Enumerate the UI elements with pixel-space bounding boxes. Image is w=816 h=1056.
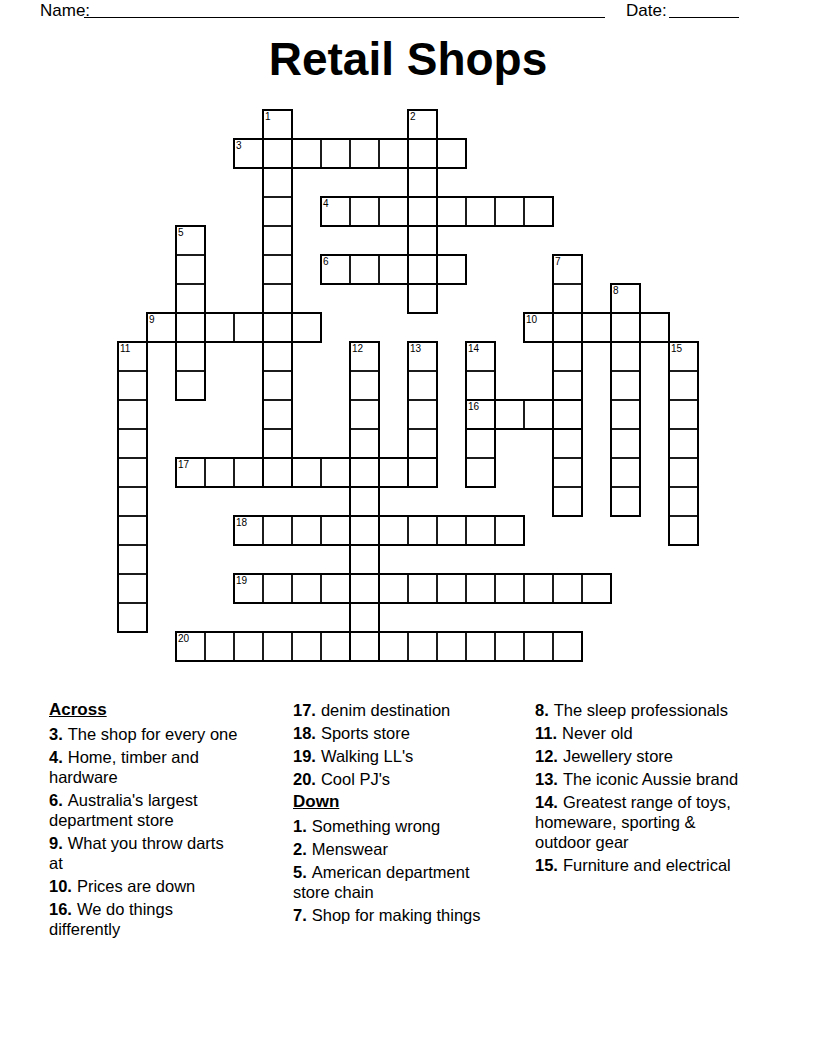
grid-cell-r12c0[interactable] <box>118 458 147 487</box>
grid-cell-r14c7[interactable] <box>321 516 350 545</box>
grid-cell-r12c15[interactable] <box>553 458 582 487</box>
grid-cell-r16c0[interactable] <box>118 574 147 603</box>
grid-cell-r14c0[interactable] <box>118 516 147 545</box>
grid-cell-r16c10[interactable] <box>408 574 437 603</box>
grid-cell-r8c10[interactable] <box>408 342 437 371</box>
clue-column-2: 17.denim destination18.Sports store19.Wa… <box>293 700 489 928</box>
grid-cell-r3c11[interactable] <box>437 197 466 226</box>
grid-cell-r11c15[interactable] <box>553 429 582 458</box>
grid-cell-r8c15[interactable] <box>553 342 582 371</box>
grid-cell-r13c0[interactable] <box>118 487 147 516</box>
clue-text: Cool PJ's <box>321 770 390 788</box>
down-heading: Down <box>293 792 489 812</box>
grid-cell-r14c11[interactable] <box>437 516 466 545</box>
grid-cell-r9c0[interactable] <box>118 371 147 400</box>
clue-text: Never old <box>562 724 633 742</box>
grid-cell-r4c10[interactable] <box>408 226 437 255</box>
grid-cell-r8c0[interactable] <box>118 342 147 371</box>
clue-down-1: 1.Something wrong <box>293 816 489 836</box>
grid-cell-r7c17[interactable] <box>611 313 640 342</box>
clue-down-5: 5.American department store chain <box>293 862 489 902</box>
name-label: Name: <box>40 1 90 21</box>
clue-across-10: 10.Prices are down <box>49 876 241 896</box>
grid-cell-r12c6[interactable] <box>292 458 321 487</box>
clue-number-label: 3. <box>49 725 63 743</box>
clue-number-label: 20. <box>293 770 316 788</box>
grid-cell-r9c12[interactable] <box>466 371 495 400</box>
grid-cell-r3c14[interactable] <box>524 197 553 226</box>
clue-down-14: 14.Greatest range of toys, homeware, spo… <box>535 792 753 852</box>
grid-cell-r9c2[interactable] <box>176 371 205 400</box>
grid-cell-r18c3[interactable] <box>205 632 234 661</box>
grid-cell-r12c5[interactable] <box>263 458 292 487</box>
grid-cell-r9c19[interactable] <box>669 371 698 400</box>
clue-number-label: 16. <box>49 900 72 918</box>
grid-cell-r10c8[interactable] <box>350 400 379 429</box>
grid-cell-r3c13[interactable] <box>495 197 524 226</box>
grid-cell-r16c15[interactable] <box>553 574 582 603</box>
clue-down-8: 8.The sleep professionals <box>535 700 753 720</box>
grid-cell-r3c5[interactable] <box>263 197 292 226</box>
grid-cell-r8c17[interactable] <box>611 342 640 371</box>
clue-across-17: 17.denim destination <box>293 700 489 720</box>
clue-number-label: 4. <box>49 748 63 766</box>
clue-text: Greatest range of toys, homeware, sporti… <box>535 793 731 851</box>
grid-cell-r18c2[interactable] <box>176 632 205 661</box>
clue-number-label: 10. <box>49 877 72 895</box>
grid-cell-r12c12[interactable] <box>466 458 495 487</box>
clue-number-label: 17. <box>293 701 316 719</box>
grid-cell-r6c15[interactable] <box>553 284 582 313</box>
grid-cell-r3c10[interactable] <box>408 197 437 226</box>
grid-cell-r10c0[interactable] <box>118 400 147 429</box>
grid-cell-r14c13[interactable] <box>495 516 524 545</box>
grid-cell-r16c8[interactable] <box>350 574 379 603</box>
grid-cell-r16c9[interactable] <box>379 574 408 603</box>
grid-cell-r9c8[interactable] <box>350 371 379 400</box>
clue-down-11: 11.Never old <box>535 723 753 743</box>
clue-down-15: 15.Furniture and electrical <box>535 855 753 875</box>
grid-cell-r18c10[interactable] <box>408 632 437 661</box>
grid-cell-r18c5[interactable] <box>263 632 292 661</box>
clue-number-label: 18. <box>293 724 316 742</box>
grid-cell-r1c4[interactable] <box>234 139 263 168</box>
grid-cell-r14c8[interactable] <box>350 516 379 545</box>
grid-cell-r5c9[interactable] <box>379 255 408 284</box>
grid-cell-r1c9[interactable] <box>379 139 408 168</box>
grid-cell-r16c13[interactable] <box>495 574 524 603</box>
grid-cell-r13c17[interactable] <box>611 487 640 516</box>
clue-text: Something wrong <box>312 817 440 835</box>
grid-cell-r7c6[interactable] <box>292 313 321 342</box>
grid-cell-r10c13[interactable] <box>495 400 524 429</box>
grid-cell-r13c15[interactable] <box>553 487 582 516</box>
grid-cell-r1c10[interactable] <box>408 139 437 168</box>
grid-cell-r5c7[interactable] <box>321 255 350 284</box>
clue-text: Jewellery store <box>563 747 673 765</box>
clue-text: Shop for making things <box>312 906 481 924</box>
grid-cell-r9c15[interactable] <box>553 371 582 400</box>
clue-number-label: 6. <box>49 791 63 809</box>
grid-cell-r6c17[interactable] <box>611 284 640 313</box>
grid-cell-r12c8[interactable] <box>350 458 379 487</box>
grid-cell-r1c5[interactable] <box>263 139 292 168</box>
grid-cell-r2c5[interactable] <box>263 168 292 197</box>
grid-cell-r18c9[interactable] <box>379 632 408 661</box>
grid-cell-r12c7[interactable] <box>321 458 350 487</box>
grid-cell-r16c5[interactable] <box>263 574 292 603</box>
grid-cell-r5c15[interactable] <box>553 255 582 284</box>
grid-cell-r6c10[interactable] <box>408 284 437 313</box>
grid-cell-r1c7[interactable] <box>321 139 350 168</box>
across-heading: Across <box>49 700 241 720</box>
grid-cell-r1c11[interactable] <box>437 139 466 168</box>
grid-cell-r4c5[interactable] <box>263 226 292 255</box>
grid-cell-r6c2[interactable] <box>176 284 205 313</box>
clue-down-13: 13.The iconic Aussie brand <box>535 769 753 789</box>
date-label: Date: <box>626 1 667 21</box>
grid-cell-r7c14[interactable] <box>524 313 553 342</box>
grid-cell-r12c19[interactable] <box>669 458 698 487</box>
grid-cell-r8c19[interactable] <box>669 342 698 371</box>
clue-number-label: 12. <box>535 747 558 765</box>
clue-number-label: 5. <box>293 863 307 881</box>
grid-cell-r16c7[interactable] <box>321 574 350 603</box>
clue-number-label: 14. <box>535 793 558 811</box>
clue-across-6: 6.Australia's largest department store <box>49 790 241 830</box>
grid-cell-r5c5[interactable] <box>263 255 292 284</box>
grid-cell-r12c10[interactable] <box>408 458 437 487</box>
grid-cell-r6c5[interactable] <box>263 284 292 313</box>
clue-down-2: 2.Menswear <box>293 839 489 859</box>
grid-cell-r7c2[interactable] <box>176 313 205 342</box>
grid-cell-r11c0[interactable] <box>118 429 147 458</box>
grid-cell-r8c2[interactable] <box>176 342 205 371</box>
clue-number-label: 9. <box>49 834 63 852</box>
grid-cell-r11c19[interactable] <box>669 429 698 458</box>
grid-cell-r1c6[interactable] <box>292 139 321 168</box>
grid-cell-r8c12[interactable] <box>466 342 495 371</box>
grid-cell-r16c14[interactable] <box>524 574 553 603</box>
grid-cell-r11c10[interactable] <box>408 429 437 458</box>
grid-cell-r7c3[interactable] <box>205 313 234 342</box>
name-input-line[interactable] <box>84 0 605 18</box>
grid-cell-r12c4[interactable] <box>234 458 263 487</box>
grid-cell-r17c8[interactable] <box>350 603 379 632</box>
grid-cell-r13c19[interactable] <box>669 487 698 516</box>
grid-cell-r7c15[interactable] <box>553 313 582 342</box>
grid-cell-r12c2[interactable] <box>176 458 205 487</box>
grid-cell-r18c6[interactable] <box>292 632 321 661</box>
grid-cell-r0c5[interactable] <box>263 110 292 139</box>
grid-cell-r9c5[interactable] <box>263 371 292 400</box>
clue-text: What you throw darts at <box>49 834 224 872</box>
grid-cell-r10c5[interactable] <box>263 400 292 429</box>
clue-text: Prices are down <box>77 877 195 895</box>
clue-number-label: 7. <box>293 906 307 924</box>
clue-number-label: 8. <box>535 701 549 719</box>
grid-cell-r3c7[interactable] <box>321 197 350 226</box>
clue-number-label: 15. <box>535 856 558 874</box>
grid-cell-r16c11[interactable] <box>437 574 466 603</box>
clue-text: denim destination <box>321 701 450 719</box>
grid-cell-r2c10[interactable] <box>408 168 437 197</box>
grid-cell-r3c9[interactable] <box>379 197 408 226</box>
grid-cell-r16c4[interactable] <box>234 574 263 603</box>
grid-cell-r14c19[interactable] <box>669 516 698 545</box>
clue-text: Menswear <box>312 840 388 858</box>
grid-cell-r11c5[interactable] <box>263 429 292 458</box>
grid-cell-r14c5[interactable] <box>263 516 292 545</box>
clue-text: The iconic Aussie brand <box>563 770 738 788</box>
grid-cell-r5c11[interactable] <box>437 255 466 284</box>
grid-cell-r14c6[interactable] <box>292 516 321 545</box>
grid-cell-r16c6[interactable] <box>292 574 321 603</box>
clue-text: Furniture and electrical <box>563 856 731 874</box>
grid-cell-r10c19[interactable] <box>669 400 698 429</box>
grid-cell-r0c10[interactable] <box>408 110 437 139</box>
date-input-line[interactable] <box>669 0 739 18</box>
grid-cell-r12c17[interactable] <box>611 458 640 487</box>
grid-cell-r18c8[interactable] <box>350 632 379 661</box>
grid-cell-r16c16[interactable] <box>582 574 611 603</box>
clue-across-19: 19.Walking LL's <box>293 746 489 766</box>
grid-cell-r12c9[interactable] <box>379 458 408 487</box>
grid-cell-r9c10[interactable] <box>408 371 437 400</box>
clue-text: Australia's largest department store <box>49 791 197 829</box>
clue-across-9: 9.What you throw darts at <box>49 833 241 873</box>
grid-cell-r10c10[interactable] <box>408 400 437 429</box>
grid-cell-r18c12[interactable] <box>466 632 495 661</box>
grid-cell-r14c9[interactable] <box>379 516 408 545</box>
grid-cell-r14c4[interactable] <box>234 516 263 545</box>
clue-number-label: 13. <box>535 770 558 788</box>
clue-down-7: 7.Shop for making things <box>293 905 489 925</box>
puzzle-title: Retail Shops <box>0 33 816 86</box>
grid-cell-r18c15[interactable] <box>553 632 582 661</box>
grid-cell-r14c12[interactable] <box>466 516 495 545</box>
grid-cell-r7c16[interactable] <box>582 313 611 342</box>
grid-cell-r9c17[interactable] <box>611 371 640 400</box>
grid-cell-r14c10[interactable] <box>408 516 437 545</box>
grid-cell-r10c15[interactable] <box>553 400 582 429</box>
clue-text: The shop for every one <box>68 725 238 743</box>
grid-cell-r10c12[interactable] <box>466 400 495 429</box>
grid-cell-r18c4[interactable] <box>234 632 263 661</box>
clue-number-label: 2. <box>293 840 307 858</box>
clue-column-3: 8.The sleep professionals11.Never old12.… <box>535 700 753 878</box>
grid-cell-r15c8[interactable] <box>350 545 379 574</box>
grid-cell-r3c8[interactable] <box>350 197 379 226</box>
grid-cell-r12c3[interactable] <box>205 458 234 487</box>
grid-cell-r10c17[interactable] <box>611 400 640 429</box>
clue-across-20: 20.Cool PJ's <box>293 769 489 789</box>
grid-cell-r18c11[interactable] <box>437 632 466 661</box>
grid-cell-r11c12[interactable] <box>466 429 495 458</box>
clue-text: Walking LL's <box>321 747 413 765</box>
grid-cell-r8c5[interactable] <box>263 342 292 371</box>
clue-across-3: 3.The shop for every one <box>49 724 241 744</box>
grid-cell-r15c0[interactable] <box>118 545 147 574</box>
grid-cell-r17c0[interactable] <box>118 603 147 632</box>
grid-cell-r18c7[interactable] <box>321 632 350 661</box>
clue-down-12: 12.Jewellery store <box>535 746 753 766</box>
grid-cell-r18c13[interactable] <box>495 632 524 661</box>
grid-cell-r7c5[interactable] <box>263 313 292 342</box>
clue-number-label: 11. <box>535 724 557 742</box>
grid-cell-r5c10[interactable] <box>408 255 437 284</box>
clue-across-16: 16.We do things differently <box>49 899 241 939</box>
clue-text: The sleep professionals <box>554 701 728 719</box>
grid-cell-r7c4[interactable] <box>234 313 263 342</box>
grid-cell-r1c8[interactable] <box>350 139 379 168</box>
clue-across-4: 4.Home, timber and hardware <box>49 747 241 787</box>
crossword-grid: 1234567891011121314151617181920 <box>118 110 698 661</box>
clue-text: American department store chain <box>293 863 470 901</box>
clue-column-1: Across3.The shop for every one4.Home, ti… <box>49 700 241 942</box>
grid-cell-r10c14[interactable] <box>524 400 553 429</box>
clue-across-18: 18.Sports store <box>293 723 489 743</box>
grid-cell-r13c8[interactable] <box>350 487 379 516</box>
grid-cell-r5c2[interactable] <box>176 255 205 284</box>
grid-cell-r16c12[interactable] <box>466 574 495 603</box>
clue-text: Sports store <box>321 724 410 742</box>
grid-cell-r5c8[interactable] <box>350 255 379 284</box>
grid-cell-r8c8[interactable] <box>350 342 379 371</box>
grid-cell-r7c1[interactable] <box>147 313 176 342</box>
grid-cell-r4c2[interactable] <box>176 226 205 255</box>
grid-cell-r18c14[interactable] <box>524 632 553 661</box>
grid-cell-r3c12[interactable] <box>466 197 495 226</box>
clue-number-label: 1. <box>293 817 307 835</box>
clue-text: Home, timber and hardware <box>49 748 199 786</box>
grid-cell-r7c18[interactable] <box>640 313 669 342</box>
grid-cell-r11c8[interactable] <box>350 429 379 458</box>
clue-number-label: 19. <box>293 747 316 765</box>
grid-cell-r11c17[interactable] <box>611 429 640 458</box>
